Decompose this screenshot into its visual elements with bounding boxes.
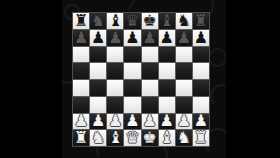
game-scene: ♜♞♝♛♚♝♞♜♟♟♟♟♟♟♟♟♟♟♟♟♟♟♟♟♜♞♝♛♚♝♞♜ <box>0 0 280 158</box>
square-g4[interactable] <box>176 80 192 96</box>
square-h1[interactable]: ♜ <box>193 130 209 146</box>
square-h4[interactable] <box>193 80 209 96</box>
square-a3[interactable] <box>73 97 89 113</box>
square-g6[interactable] <box>176 47 192 63</box>
piece-black-pawn[interactable]: ♟ <box>91 30 105 46</box>
square-c8[interactable]: ♝ <box>107 13 123 29</box>
square-g7[interactable]: ♟ <box>176 30 192 46</box>
piece-white-rook[interactable]: ♜ <box>74 130 88 146</box>
piece-white-pawn[interactable]: ♟ <box>125 114 139 130</box>
square-g1[interactable]: ♞ <box>176 130 192 146</box>
square-d3[interactable] <box>124 97 140 113</box>
piece-white-bishop[interactable]: ♝ <box>160 130 174 146</box>
chess-board: ♜♞♝♛♚♝♞♜♟♟♟♟♟♟♟♟♟♟♟♟♟♟♟♟♜♞♝♛♚♝♞♜ <box>72 12 210 147</box>
square-a1[interactable]: ♜ <box>73 130 89 146</box>
square-g3[interactable] <box>176 97 192 113</box>
square-f7[interactable]: ♟ <box>159 30 175 46</box>
square-e3[interactable] <box>142 97 158 113</box>
square-a8[interactable]: ♜ <box>73 13 89 29</box>
square-a4[interactable] <box>73 80 89 96</box>
piece-black-bishop[interactable]: ♝ <box>160 13 174 29</box>
piece-black-pawn[interactable]: ♟ <box>108 30 122 46</box>
square-b5[interactable] <box>90 63 106 79</box>
square-d7[interactable]: ♟ <box>124 30 140 46</box>
square-b7[interactable]: ♟ <box>90 30 106 46</box>
piece-white-rook[interactable]: ♜ <box>194 130 208 146</box>
background-flourish <box>210 84 226 108</box>
background-flourish <box>208 48 226 67</box>
piece-black-king[interactable]: ♚ <box>142 13 156 29</box>
square-a2[interactable]: ♟ <box>73 114 89 130</box>
square-f4[interactable] <box>159 80 175 96</box>
square-e7[interactable]: ♟ <box>142 30 158 46</box>
piece-white-pawn[interactable]: ♟ <box>108 114 122 130</box>
piece-white-knight[interactable]: ♞ <box>177 130 191 146</box>
square-d6[interactable] <box>124 47 140 63</box>
piece-black-rook[interactable]: ♜ <box>194 13 208 29</box>
piece-white-knight[interactable]: ♞ <box>91 130 105 146</box>
square-h2[interactable]: ♟ <box>193 114 209 130</box>
piece-black-knight[interactable]: ♞ <box>177 13 191 29</box>
square-d5[interactable] <box>124 63 140 79</box>
square-e1[interactable]: ♚ <box>142 130 158 146</box>
square-b8[interactable]: ♞ <box>90 13 106 29</box>
square-h8[interactable]: ♜ <box>193 13 209 29</box>
square-e8[interactable]: ♚ <box>142 13 158 29</box>
square-d2[interactable]: ♟ <box>124 114 140 130</box>
square-c4[interactable] <box>107 80 123 96</box>
piece-black-knight[interactable]: ♞ <box>91 13 105 29</box>
square-a7[interactable]: ♟ <box>73 30 89 46</box>
piece-white-pawn[interactable]: ♟ <box>160 114 174 130</box>
piece-white-queen[interactable]: ♛ <box>125 130 139 146</box>
square-f1[interactable]: ♝ <box>159 130 175 146</box>
piece-white-king[interactable]: ♚ <box>142 130 156 146</box>
square-a5[interactable] <box>73 63 89 79</box>
square-c3[interactable] <box>107 97 123 113</box>
square-g8[interactable]: ♞ <box>176 13 192 29</box>
piece-white-pawn[interactable]: ♟ <box>91 114 105 130</box>
square-h5[interactable] <box>193 63 209 79</box>
piece-black-pawn[interactable]: ♟ <box>160 30 174 46</box>
square-f6[interactable] <box>159 47 175 63</box>
piece-black-pawn[interactable]: ♟ <box>194 30 208 46</box>
piece-white-pawn[interactable]: ♟ <box>142 114 156 130</box>
square-e4[interactable] <box>142 80 158 96</box>
square-b2[interactable]: ♟ <box>90 114 106 130</box>
piece-black-queen[interactable]: ♛ <box>125 13 139 29</box>
square-d1[interactable]: ♛ <box>124 130 140 146</box>
square-b6[interactable] <box>90 47 106 63</box>
square-h6[interactable] <box>193 47 209 63</box>
square-h7[interactable]: ♟ <box>193 30 209 46</box>
square-e2[interactable]: ♟ <box>142 114 158 130</box>
square-c1[interactable]: ♝ <box>107 130 123 146</box>
square-c7[interactable]: ♟ <box>107 30 123 46</box>
square-c5[interactable] <box>107 63 123 79</box>
piece-black-bishop[interactable]: ♝ <box>108 13 122 29</box>
square-e6[interactable] <box>142 47 158 63</box>
square-h3[interactable] <box>193 97 209 113</box>
square-f5[interactable] <box>159 63 175 79</box>
square-b4[interactable] <box>90 80 106 96</box>
piece-black-rook[interactable]: ♜ <box>74 13 88 29</box>
square-e5[interactable] <box>142 63 158 79</box>
square-g2[interactable]: ♟ <box>176 114 192 130</box>
piece-white-pawn[interactable]: ♟ <box>194 114 208 130</box>
square-b1[interactable]: ♞ <box>90 130 106 146</box>
square-b3[interactable] <box>90 97 106 113</box>
piece-white-bishop[interactable]: ♝ <box>108 130 122 146</box>
piece-black-pawn[interactable]: ♟ <box>74 30 88 46</box>
piece-black-pawn[interactable]: ♟ <box>142 30 156 46</box>
square-a6[interactable] <box>73 47 89 63</box>
square-d4[interactable] <box>124 80 140 96</box>
square-f3[interactable] <box>159 97 175 113</box>
piece-black-pawn[interactable]: ♟ <box>177 30 191 46</box>
square-f2[interactable]: ♟ <box>159 114 175 130</box>
piece-white-pawn[interactable]: ♟ <box>74 114 88 130</box>
background-flourish <box>127 0 139 11</box>
square-g5[interactable] <box>176 63 192 79</box>
square-f8[interactable]: ♝ <box>159 13 175 29</box>
piece-black-pawn[interactable]: ♟ <box>125 30 139 46</box>
square-c2[interactable]: ♟ <box>107 114 123 130</box>
piece-white-pawn[interactable]: ♟ <box>177 114 191 130</box>
square-d8[interactable]: ♛ <box>124 13 140 29</box>
square-c6[interactable] <box>107 47 123 63</box>
